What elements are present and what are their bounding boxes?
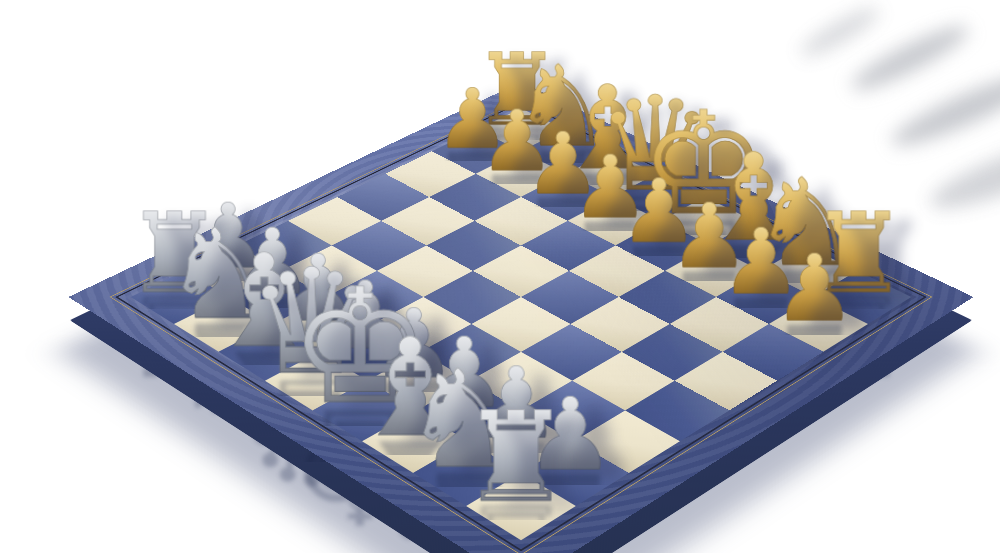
backdrop-piece-shadow (924, 126, 1000, 221)
backdrop-piece-shadow (886, 64, 1000, 156)
backdrop-piece-shadow (846, 17, 974, 99)
chess-board: ♜♞♝♛♚♝♞♜♟♟♟♟♟♟♟♟♟♟♟♟♟♟♟♟♜♞♝♛♚♝♞♜ (68, 82, 973, 553)
product-photo-scene: ♜♞♝♛♚♝♞♜♟♟♟♟♟♟♟♟♟♟♟♟♟♟♟♟♜♞♝♛♚♝♞♜ (0, 0, 1000, 553)
square-h1[interactable]: ♜ (466, 473, 576, 540)
black-pawn-h7[interactable]: ♟ (773, 242, 855, 334)
backdrop-piece-shadow (796, 1, 884, 63)
playing-field: ♜♞♝♛♚♝♞♜♟♟♟♟♟♟♟♟♟♟♟♟♟♟♟♟♜♞♝♛♚♝♞♜ (68, 82, 973, 553)
white-rook-h1[interactable]: ♜ (460, 395, 571, 519)
